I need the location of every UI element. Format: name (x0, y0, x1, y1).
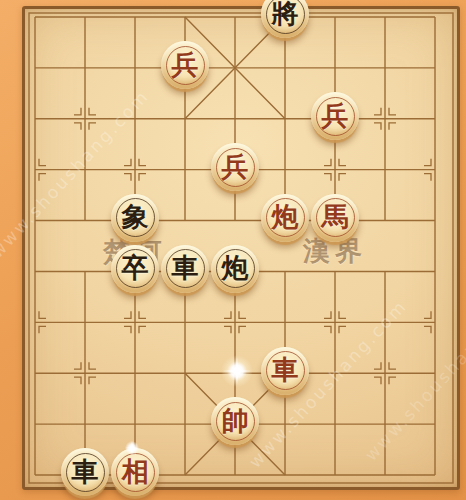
black-chariot-a-glyph: 車 (172, 254, 199, 281)
red-soldier-a-glyph: 兵 (172, 51, 199, 78)
piece-layer: 將兵兵兵象炮馬卒車炮車帥車相 (10, 0, 460, 500)
piece-red-soldier-c[interactable]: 兵 (211, 143, 259, 191)
red-soldier-c-glyph: 兵 (222, 153, 249, 180)
piece-black-general[interactable]: 將 (261, 0, 309, 38)
black-elephant-glyph: 象 (122, 203, 149, 230)
sparkle-effect (125, 441, 139, 455)
xiangqi-app-screen: 楚河 漢界 將兵兵兵象炮馬卒車炮車帥車相 www.shoushang.com w… (0, 0, 466, 500)
piece-red-general[interactable]: 帥 (211, 397, 259, 445)
piece-red-cannon[interactable]: 炮 (261, 194, 309, 242)
piece-black-chariot-b[interactable]: 車 (61, 448, 109, 496)
piece-black-soldier[interactable]: 卒 (111, 245, 159, 293)
piece-red-elephant[interactable]: 相 (111, 448, 159, 496)
piece-black-chariot-a[interactable]: 車 (161, 245, 209, 293)
piece-red-chariot[interactable]: 車 (261, 347, 309, 395)
red-cannon-glyph: 炮 (272, 203, 299, 230)
piece-red-soldier-b[interactable]: 兵 (311, 92, 359, 140)
red-general-glyph: 帥 (222, 407, 249, 434)
black-cannon-glyph: 炮 (222, 254, 249, 281)
red-soldier-b-glyph: 兵 (322, 102, 349, 129)
piece-red-horse[interactable]: 馬 (311, 194, 359, 242)
black-general-glyph: 將 (272, 0, 299, 27)
red-elephant-glyph: 相 (122, 458, 149, 485)
piece-black-cannon[interactable]: 炮 (211, 245, 259, 293)
black-soldier-glyph: 卒 (122, 254, 149, 281)
red-horse-glyph: 馬 (322, 203, 349, 230)
piece-black-elephant[interactable]: 象 (111, 194, 159, 242)
red-chariot-glyph: 車 (272, 356, 299, 383)
piece-red-soldier-a[interactable]: 兵 (161, 41, 209, 89)
black-chariot-b-glyph: 車 (72, 458, 99, 485)
